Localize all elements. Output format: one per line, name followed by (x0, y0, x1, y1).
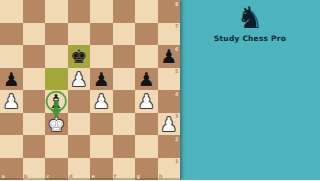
piece-white-pawn[interactable]: ♟ (68, 68, 91, 91)
square-b5[interactable] (23, 68, 46, 91)
rank-label-5: 5 (175, 69, 178, 74)
square-d6[interactable]: ♚ (68, 45, 91, 68)
file-label-h: h (159, 174, 163, 179)
square-h3[interactable]: 3♟ (158, 113, 181, 136)
piece-black-pawn[interactable]: ♟ (0, 68, 23, 91)
square-c5[interactable] (45, 68, 68, 91)
square-h2[interactable]: 2 (158, 135, 181, 158)
square-f7[interactable] (113, 23, 136, 46)
square-d4[interactable] (68, 90, 91, 113)
square-b7[interactable] (23, 23, 46, 46)
square-d8[interactable] (68, 0, 91, 23)
square-c6[interactable] (45, 45, 68, 68)
piece-black-king[interactable]: ♚ (68, 45, 91, 68)
piece-black-pawn[interactable]: ♟ (158, 45, 181, 68)
square-h4[interactable]: 4 (158, 90, 181, 113)
square-f2[interactable] (113, 135, 136, 158)
square-e7[interactable] (90, 23, 113, 46)
file-label-a: a (2, 174, 5, 179)
square-c3[interactable]: ♚ (45, 113, 68, 136)
square-b8[interactable] (23, 0, 46, 23)
square-e3[interactable] (90, 113, 113, 136)
rank-label-2: 2 (175, 137, 178, 142)
square-g1[interactable]: g (135, 158, 158, 181)
piece-black-pawn[interactable]: ♟ (135, 68, 158, 91)
file-label-g: g (137, 174, 141, 179)
square-a5[interactable]: ♟ (0, 68, 23, 91)
square-g5[interactable]: ♟ (135, 68, 158, 91)
square-h6[interactable]: 6♟ (158, 45, 181, 68)
square-f6[interactable] (113, 45, 136, 68)
square-a2[interactable] (0, 135, 23, 158)
rank-label-8: 8 (175, 2, 178, 7)
square-g4[interactable]: ♟ (135, 90, 158, 113)
square-e8[interactable] (90, 0, 113, 23)
square-f3[interactable] (113, 113, 136, 136)
square-a8[interactable] (0, 0, 23, 23)
app-window: 87♚6♟♟♟♟♟5♟♝♟♟4♚3♟2abcdefg1h ♞ Study Che… (0, 0, 320, 180)
square-c4[interactable]: ♝ (45, 90, 68, 113)
square-a6[interactable] (0, 45, 23, 68)
square-a7[interactable] (0, 23, 23, 46)
square-d3[interactable] (68, 113, 91, 136)
piece-white-pawn[interactable]: ♟ (135, 90, 158, 113)
square-a3[interactable] (0, 113, 23, 136)
square-d7[interactable] (68, 23, 91, 46)
piece-black-bishop[interactable]: ♝ (45, 90, 68, 113)
square-b1[interactable]: b (23, 158, 46, 181)
square-f1[interactable]: f (113, 158, 136, 181)
piece-white-king[interactable]: ♚ (45, 113, 68, 136)
square-e5[interactable]: ♟ (90, 68, 113, 91)
file-label-d: d (69, 174, 73, 179)
rank-label-1: 1 (175, 159, 178, 164)
piece-white-pawn[interactable]: ♟ (90, 90, 113, 113)
file-label-f: f (114, 174, 116, 179)
square-a4[interactable]: ♟ (0, 90, 23, 113)
square-d1[interactable]: d (68, 158, 91, 181)
square-c1[interactable]: c (45, 158, 68, 181)
square-b4[interactable] (23, 90, 46, 113)
square-c7[interactable] (45, 23, 68, 46)
file-label-b: b (24, 174, 28, 179)
chess-board-area: 87♚6♟♟♟♟♟5♟♝♟♟4♚3♟2abcdefg1h (0, 0, 180, 180)
square-g7[interactable] (135, 23, 158, 46)
square-g8[interactable] (135, 0, 158, 23)
square-e6[interactable] (90, 45, 113, 68)
knight-logo-icon: ♞ (237, 3, 264, 33)
square-e2[interactable] (90, 135, 113, 158)
square-a1[interactable]: a (0, 158, 23, 181)
square-g6[interactable] (135, 45, 158, 68)
brand-title: Study Chess Pro (214, 34, 286, 43)
square-b3[interactable] (23, 113, 46, 136)
square-d5[interactable]: ♟ (68, 68, 91, 91)
square-d2[interactable] (68, 135, 91, 158)
square-c2[interactable] (45, 135, 68, 158)
square-h7[interactable]: 7 (158, 23, 181, 46)
square-h8[interactable]: 8 (158, 0, 181, 23)
file-label-e: e (92, 174, 95, 179)
square-g2[interactable] (135, 135, 158, 158)
square-c8[interactable] (45, 0, 68, 23)
rank-label-7: 7 (175, 24, 178, 29)
square-b2[interactable] (23, 135, 46, 158)
square-b6[interactable] (23, 45, 46, 68)
square-g3[interactable] (135, 113, 158, 136)
square-f5[interactable] (113, 68, 136, 91)
file-label-c: c (47, 174, 50, 179)
square-e4[interactable]: ♟ (90, 90, 113, 113)
square-e1[interactable]: e (90, 158, 113, 181)
brand-panel: ♞ Study Chess Pro (180, 0, 320, 180)
piece-white-pawn[interactable]: ♟ (0, 90, 23, 113)
piece-black-pawn[interactable]: ♟ (90, 68, 113, 91)
square-h5[interactable]: 5 (158, 68, 181, 91)
square-f8[interactable] (113, 0, 136, 23)
rank-label-4: 4 (175, 92, 178, 97)
square-h1[interactable]: 1h (158, 158, 181, 181)
piece-white-pawn[interactable]: ♟ (158, 113, 181, 136)
square-f4[interactable] (113, 90, 136, 113)
chess-board: 87♚6♟♟♟♟♟5♟♝♟♟4♚3♟2abcdefg1h (0, 0, 180, 180)
